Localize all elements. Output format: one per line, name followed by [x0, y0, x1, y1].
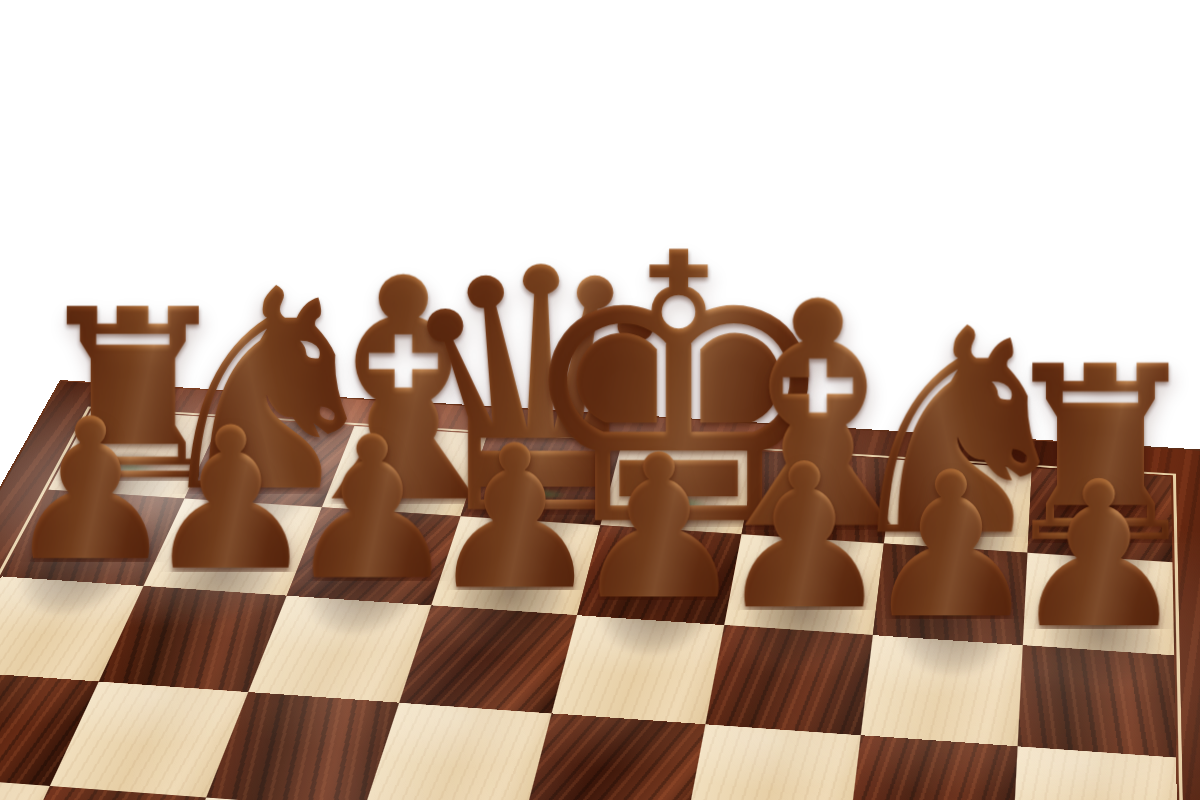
photo-scene: ♜♞♝♛♚♝♞♜♟♟♟♟♟♟♟♟: [0, 0, 1200, 800]
square-e6[interactable]: [552, 615, 725, 724]
square-e5[interactable]: [524, 713, 706, 800]
square-g5[interactable]: [848, 735, 1018, 800]
square-g7[interactable]: ♟: [873, 544, 1028, 646]
chess-board: ♜♞♝♛♚♝♞♜♟♟♟♟♟♟♟♟: [0, 380, 1200, 800]
square-h6[interactable]: [1018, 645, 1176, 757]
pawn-glyph: ♟: [1008, 455, 1189, 657]
square-d6[interactable]: [399, 605, 577, 713]
square-f5[interactable]: [685, 724, 861, 800]
square-f6[interactable]: [705, 625, 872, 735]
board-grid: ♜♞♝♛♚♝♞♜♟♟♟♟♟♟♟♟: [0, 410, 1189, 800]
square-h7[interactable]: ♟: [1023, 553, 1174, 656]
square-g6[interactable]: [861, 635, 1023, 746]
